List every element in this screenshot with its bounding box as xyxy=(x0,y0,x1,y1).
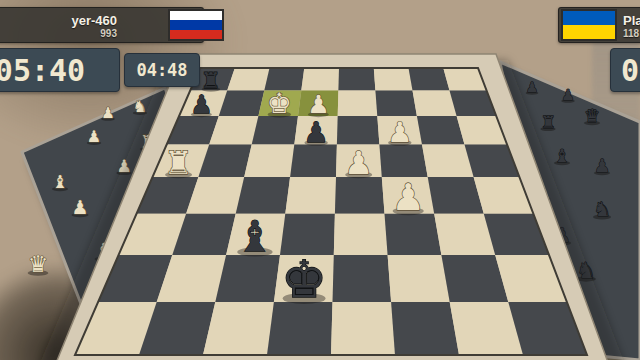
piece-white-pawn-f5[interactable]: ♟ xyxy=(392,176,425,219)
square-e3[interactable] xyxy=(337,116,380,145)
square-d5[interactable] xyxy=(285,177,336,214)
captured-black-B: ♝ xyxy=(554,145,570,166)
square-c5[interactable] xyxy=(236,177,290,214)
left-secondary-clock: 04:48 xyxy=(124,53,200,87)
square-g4[interactable] xyxy=(422,145,474,178)
flag-stripe xyxy=(563,25,615,39)
square-f6[interactable] xyxy=(385,214,442,255)
piece-white-rook-a4[interactable]: ♜ xyxy=(164,144,193,182)
captured-white-B: ♝ xyxy=(52,171,68,192)
square-d6[interactable] xyxy=(280,214,335,255)
square-g1[interactable] xyxy=(409,68,450,91)
captured-black-N: ♞ xyxy=(593,197,611,221)
square-f1[interactable] xyxy=(374,68,413,91)
square-e1[interactable] xyxy=(338,68,375,91)
right-player-rating: 118 xyxy=(623,29,639,39)
square-e8[interactable] xyxy=(331,302,395,355)
square-e7[interactable] xyxy=(333,255,392,302)
captured-black-P: ♟ xyxy=(561,86,574,104)
square-d1[interactable] xyxy=(301,68,339,91)
square-c7[interactable] xyxy=(215,255,280,302)
captured-white-P: ♟ xyxy=(101,104,114,122)
square-f8[interactable] xyxy=(391,302,459,355)
piece-white-pawn-f3[interactable]: ♟ xyxy=(387,116,412,149)
square-c4[interactable] xyxy=(244,145,294,178)
flag-stripe xyxy=(170,20,222,29)
square-g2[interactable] xyxy=(413,91,457,116)
square-e2[interactable] xyxy=(338,91,378,116)
captured-white-Q: ♛ xyxy=(28,251,49,277)
square-d4[interactable] xyxy=(290,145,337,178)
left-player-name: yer-460 xyxy=(71,14,117,27)
square-d8[interactable] xyxy=(267,302,333,355)
left-player-rating: 993 xyxy=(100,29,117,39)
flag-stripe xyxy=(170,30,222,39)
captured-black-P: ♟ xyxy=(526,79,539,95)
ukraine-flag-icon xyxy=(561,9,617,41)
right-player-name: Pla xyxy=(623,14,640,27)
square-e6[interactable] xyxy=(334,214,388,255)
square-f2[interactable] xyxy=(375,91,417,116)
square-f7[interactable] xyxy=(388,255,450,302)
flag-stripe xyxy=(170,11,222,20)
captured-black-R: ♜ xyxy=(540,112,555,132)
piece-black-pawn-d3[interactable]: ♟ xyxy=(304,116,329,149)
square-c8[interactable] xyxy=(203,302,274,355)
piece-black-bishop-c6[interactable]: ♝ xyxy=(236,212,274,261)
piece-black-king-d7[interactable]: ♚ xyxy=(281,250,327,309)
russia-flag-icon xyxy=(168,9,224,41)
captured-black-Q: ♛ xyxy=(584,105,600,126)
captured-black-P: ♟ xyxy=(594,155,610,176)
square-f4[interactable] xyxy=(379,145,427,178)
piece-white-king-c2[interactable]: ♚ xyxy=(267,87,292,120)
captured-white-P: ♟ xyxy=(87,127,101,146)
left-main-clock: 05:40 xyxy=(0,48,120,92)
square-e5[interactable] xyxy=(335,177,385,214)
square-g3[interactable] xyxy=(417,116,465,145)
flag-stripe xyxy=(563,11,615,25)
piece-white-pawn-e4[interactable]: ♟ xyxy=(344,144,373,182)
captured-white-P: ♟ xyxy=(71,196,88,218)
captured-white-N: ♞ xyxy=(133,97,147,116)
right-clock: 0 xyxy=(610,48,640,92)
piece-black-pawn-a2[interactable]: ♟ xyxy=(190,90,212,119)
